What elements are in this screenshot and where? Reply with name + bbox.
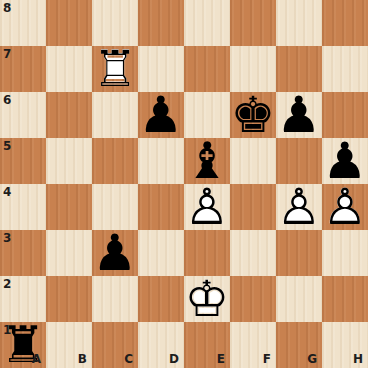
square-h8[interactable]: [322, 0, 368, 46]
square-c2[interactable]: [92, 276, 138, 322]
white-pawn-outline: ♙: [276, 184, 322, 230]
white-rook[interactable]: ♜♖: [92, 46, 138, 92]
square-b8[interactable]: [46, 0, 92, 46]
white-pawn[interactable]: ♟♙: [322, 184, 368, 230]
square-f8[interactable]: [230, 0, 276, 46]
square-d5[interactable]: [138, 138, 184, 184]
square-b2[interactable]: [46, 276, 92, 322]
square-d4[interactable]: [138, 184, 184, 230]
square-b3[interactable]: [46, 230, 92, 276]
square-g8[interactable]: [276, 0, 322, 46]
square-b7[interactable]: [46, 46, 92, 92]
square-e7[interactable]: [184, 46, 230, 92]
black-pawn-glyph: ♟: [276, 92, 322, 138]
square-e1[interactable]: [184, 322, 230, 368]
square-f1[interactable]: [230, 322, 276, 368]
square-h2[interactable]: [322, 276, 368, 322]
square-a6[interactable]: [0, 92, 46, 138]
square-d8[interactable]: [138, 0, 184, 46]
black-rook-glyph: ♜: [0, 322, 46, 368]
square-c3[interactable]: ♟: [92, 230, 138, 276]
square-f2[interactable]: [230, 276, 276, 322]
square-b4[interactable]: [46, 184, 92, 230]
square-g2[interactable]: [276, 276, 322, 322]
square-h7[interactable]: [322, 46, 368, 92]
square-c6[interactable]: [92, 92, 138, 138]
square-a3[interactable]: [0, 230, 46, 276]
white-king-outline: ♔: [184, 276, 230, 322]
square-d6[interactable]: ♟: [138, 92, 184, 138]
white-king[interactable]: ♚♔: [184, 276, 230, 322]
white-pawn[interactable]: ♟♙: [276, 184, 322, 230]
black-rook[interactable]: ♜: [0, 322, 46, 368]
white-pawn-outline: ♙: [184, 184, 230, 230]
square-f3[interactable]: [230, 230, 276, 276]
square-d2[interactable]: [138, 276, 184, 322]
square-h3[interactable]: [322, 230, 368, 276]
square-c7[interactable]: ♜♖: [92, 46, 138, 92]
black-king[interactable]: ♚: [230, 92, 276, 138]
square-d1[interactable]: [138, 322, 184, 368]
square-a5[interactable]: [0, 138, 46, 184]
square-e8[interactable]: [184, 0, 230, 46]
square-f6[interactable]: ♚: [230, 92, 276, 138]
black-pawn[interactable]: ♟: [92, 230, 138, 276]
white-pawn-outline: ♙: [322, 184, 368, 230]
square-g4[interactable]: ♟♙: [276, 184, 322, 230]
chess-board: ♜♖♟♚♟♝♟♟♙♟♙♟♙♟♚♔♜87654321ABCDEFGH: [0, 0, 368, 368]
square-f5[interactable]: [230, 138, 276, 184]
square-a4[interactable]: [0, 184, 46, 230]
square-e4[interactable]: ♟♙: [184, 184, 230, 230]
white-rook-outline: ♖: [92, 46, 138, 92]
square-h4[interactable]: ♟♙: [322, 184, 368, 230]
square-b1[interactable]: [46, 322, 92, 368]
white-pawn[interactable]: ♟♙: [184, 184, 230, 230]
black-pawn-glyph: ♟: [138, 92, 184, 138]
square-d3[interactable]: [138, 230, 184, 276]
square-b6[interactable]: [46, 92, 92, 138]
square-c5[interactable]: [92, 138, 138, 184]
square-a8[interactable]: [0, 0, 46, 46]
square-a7[interactable]: [0, 46, 46, 92]
square-b5[interactable]: [46, 138, 92, 184]
square-c1[interactable]: [92, 322, 138, 368]
square-e2[interactable]: ♚♔: [184, 276, 230, 322]
square-g3[interactable]: [276, 230, 322, 276]
square-g1[interactable]: [276, 322, 322, 368]
square-f4[interactable]: [230, 184, 276, 230]
black-pawn[interactable]: ♟: [138, 92, 184, 138]
square-a1[interactable]: ♜: [0, 322, 46, 368]
black-king-glyph: ♚: [230, 92, 276, 138]
square-g6[interactable]: ♟: [276, 92, 322, 138]
black-pawn[interactable]: ♟: [276, 92, 322, 138]
square-h1[interactable]: [322, 322, 368, 368]
black-pawn-glyph: ♟: [92, 230, 138, 276]
